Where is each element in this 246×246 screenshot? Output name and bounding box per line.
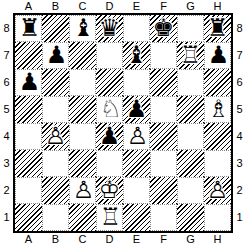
file-labels-top: ABCDEFGH xyxy=(15,0,231,13)
file-label: F xyxy=(150,0,177,13)
square-g5[interactable] xyxy=(177,96,204,123)
white-pawn-icon: ♟♙ xyxy=(42,123,69,150)
square-c1[interactable] xyxy=(69,204,96,231)
rank-label: 3 xyxy=(233,150,246,177)
square-d1[interactable]: ♜♖ xyxy=(96,204,123,231)
piece-glyph: ♚ xyxy=(150,15,177,42)
white-rook-icon: ♜♖ xyxy=(177,42,204,69)
rank-labels-right: 87654321 xyxy=(233,15,246,231)
square-e3[interactable] xyxy=(123,150,150,177)
black-pawn-icon: ♟ xyxy=(16,69,41,96)
black-pawn-icon: ♟ xyxy=(43,42,68,69)
white-king-icon: ♚♔ xyxy=(96,177,123,204)
rank-label: 2 xyxy=(0,177,13,204)
square-c4[interactable] xyxy=(69,123,96,150)
rank-labels-left: 87654321 xyxy=(0,15,13,231)
square-f7[interactable] xyxy=(150,42,177,69)
file-label: B xyxy=(42,233,69,246)
square-e1[interactable] xyxy=(123,204,150,231)
rank-label: 7 xyxy=(0,42,13,69)
square-a6[interactable]: ♟ xyxy=(15,69,42,96)
square-b7[interactable]: ♟ xyxy=(42,42,69,69)
file-label: D xyxy=(96,0,123,13)
square-c5[interactable] xyxy=(69,96,96,123)
square-e7[interactable]: ♝ xyxy=(123,42,150,69)
square-e2[interactable] xyxy=(123,177,150,204)
piece-glyph: ♟ xyxy=(16,69,43,96)
file-label: B xyxy=(42,0,69,13)
chess-board: ♜♝♛♚♜♟♝♜♖♟♟♞♘♟♝♗♟♙♟♟♙♟♙♚♔♟♙♜♖ xyxy=(13,13,233,233)
rank-label: 1 xyxy=(0,204,13,231)
black-queen-icon: ♛ xyxy=(96,15,123,42)
file-label: H xyxy=(204,0,231,13)
square-h4[interactable] xyxy=(204,123,231,150)
file-labels-bottom: ABCDEFGH xyxy=(15,233,231,246)
white-rook-icon: ♜♖ xyxy=(97,204,122,231)
square-f3[interactable] xyxy=(150,150,177,177)
square-h8[interactable]: ♜ xyxy=(204,15,231,42)
rank-label: 5 xyxy=(0,96,13,123)
rank-label: 6 xyxy=(0,69,13,96)
piece-glyph: ♝ xyxy=(123,42,150,69)
rank-label: 8 xyxy=(0,15,13,42)
rank-label: 7 xyxy=(233,42,246,69)
file-label: C xyxy=(69,0,96,13)
rank-label: 4 xyxy=(233,123,246,150)
square-g4[interactable] xyxy=(177,123,204,150)
white-pawn-icon: ♟♙ xyxy=(70,177,95,204)
black-bishop-icon: ♝ xyxy=(123,42,150,69)
square-c3[interactable] xyxy=(69,150,96,177)
white-pawn-icon: ♟♙ xyxy=(124,123,149,150)
square-b5[interactable] xyxy=(42,96,69,123)
square-d5[interactable]: ♞♘ xyxy=(96,96,123,123)
square-d4[interactable]: ♟ xyxy=(96,123,123,150)
piece-glyph: ♖ xyxy=(177,42,204,69)
square-f2[interactable] xyxy=(150,177,177,204)
square-h5[interactable]: ♝♗ xyxy=(204,96,231,123)
piece-glyph: ♖ xyxy=(97,204,124,231)
square-f5[interactable] xyxy=(150,96,177,123)
square-a3[interactable] xyxy=(15,150,42,177)
black-pawn-icon: ♟ xyxy=(205,42,230,69)
square-a1[interactable] xyxy=(15,204,42,231)
square-a7[interactable] xyxy=(15,42,42,69)
rank-label: 4 xyxy=(0,123,13,150)
square-c6[interactable] xyxy=(69,69,96,96)
square-h2[interactable]: ♟♙ xyxy=(204,177,231,204)
square-g6[interactable] xyxy=(177,69,204,96)
square-a4[interactable] xyxy=(15,123,42,150)
black-bishop-icon: ♝ xyxy=(70,15,95,42)
chess-diagram: ABCDEFGH 87654321 ♜♝♛♚♜♟♝♜♖♟♟♞♘♟♝♗♟♙♟♟♙♟… xyxy=(0,0,246,246)
piece-glyph: ♔ xyxy=(96,177,123,204)
square-a8[interactable]: ♜ xyxy=(15,15,42,42)
square-h6[interactable] xyxy=(204,69,231,96)
piece-glyph: ♟ xyxy=(43,42,70,69)
square-g3[interactable] xyxy=(177,150,204,177)
square-e4[interactable]: ♟♙ xyxy=(123,123,150,150)
black-king-icon: ♚ xyxy=(150,15,177,42)
square-b3[interactable] xyxy=(42,150,69,177)
rank-label: 6 xyxy=(233,69,246,96)
square-g8[interactable] xyxy=(177,15,204,42)
piece-glyph: ♛ xyxy=(96,15,123,42)
file-label: H xyxy=(204,233,231,246)
white-pawn-icon: ♟♙ xyxy=(204,177,231,204)
file-label: G xyxy=(177,0,204,13)
piece-glyph: ♗ xyxy=(205,96,232,123)
file-label: D xyxy=(96,233,123,246)
piece-glyph: ♜ xyxy=(204,15,231,42)
square-e8[interactable] xyxy=(123,15,150,42)
black-rook-icon: ♜ xyxy=(204,15,231,42)
piece-glyph: ♙ xyxy=(204,177,231,204)
piece-glyph: ♝ xyxy=(70,15,97,42)
piece-glyph: ♘ xyxy=(97,96,124,123)
square-e6[interactable] xyxy=(123,69,150,96)
white-bishop-icon: ♝♗ xyxy=(205,96,230,123)
square-b4[interactable]: ♟♙ xyxy=(42,123,69,150)
square-d3[interactable] xyxy=(96,150,123,177)
square-f1[interactable] xyxy=(150,204,177,231)
square-h3[interactable] xyxy=(204,150,231,177)
square-g7[interactable]: ♜♖ xyxy=(177,42,204,69)
square-b8[interactable] xyxy=(42,15,69,42)
square-c8[interactable]: ♝ xyxy=(69,15,96,42)
rank-label: 1 xyxy=(233,204,246,231)
file-label: A xyxy=(15,233,42,246)
file-label: F xyxy=(150,233,177,246)
file-label: E xyxy=(123,0,150,13)
square-g2[interactable] xyxy=(177,177,204,204)
square-c2[interactable]: ♟♙ xyxy=(69,177,96,204)
square-b1[interactable] xyxy=(42,204,69,231)
piece-glyph: ♜ xyxy=(16,15,43,42)
square-e5[interactable]: ♟ xyxy=(123,96,150,123)
file-label: A xyxy=(15,0,42,13)
square-d2[interactable]: ♚♔ xyxy=(96,177,123,204)
piece-glyph: ♟ xyxy=(205,42,232,69)
piece-glyph: ♙ xyxy=(70,177,97,204)
square-b2[interactable] xyxy=(42,177,69,204)
square-d7[interactable] xyxy=(96,42,123,69)
rank-label: 3 xyxy=(0,150,13,177)
piece-glyph: ♟ xyxy=(123,96,150,123)
black-pawn-icon: ♟ xyxy=(123,96,150,123)
rank-label: 2 xyxy=(233,177,246,204)
black-pawn-icon: ♟ xyxy=(96,123,123,150)
rank-label: 8 xyxy=(233,15,246,42)
file-label: E xyxy=(123,233,150,246)
square-d8[interactable]: ♛ xyxy=(96,15,123,42)
square-a2[interactable] xyxy=(15,177,42,204)
square-d6[interactable] xyxy=(96,69,123,96)
square-g1[interactable] xyxy=(177,204,204,231)
rank-label: 5 xyxy=(233,96,246,123)
square-h1[interactable] xyxy=(204,204,231,231)
file-label: C xyxy=(69,233,96,246)
piece-glyph: ♟ xyxy=(96,123,123,150)
square-h7[interactable]: ♟ xyxy=(204,42,231,69)
piece-glyph: ♙ xyxy=(124,123,151,150)
square-f8[interactable]: ♚ xyxy=(150,15,177,42)
file-label: G xyxy=(177,233,204,246)
square-a5[interactable] xyxy=(15,96,42,123)
square-b6[interactable] xyxy=(42,69,69,96)
square-c7[interactable] xyxy=(69,42,96,69)
square-f4[interactable] xyxy=(150,123,177,150)
piece-glyph: ♙ xyxy=(42,123,69,150)
black-rook-icon: ♜ xyxy=(16,15,41,42)
square-f6[interactable] xyxy=(150,69,177,96)
white-knight-icon: ♞♘ xyxy=(97,96,122,123)
